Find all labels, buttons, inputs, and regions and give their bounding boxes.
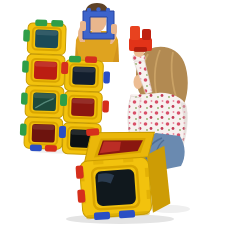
boy-right-hand [111,24,117,34]
boy-left-hand [80,21,86,31]
wall-panel [63,91,102,123]
wall-panel [64,60,103,92]
cube-front-face [79,157,152,220]
wall-panel [27,23,66,55]
wall-panel [24,117,63,149]
wall-panel [25,86,64,118]
product-photo [0,0,225,225]
wall-panel [26,54,65,86]
